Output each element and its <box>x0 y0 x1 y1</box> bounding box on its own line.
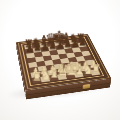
brass-clasp-icon <box>82 84 90 89</box>
square-h2: ♟ <box>87 64 97 70</box>
square-f1: ♝ <box>74 71 84 77</box>
square-h4 <box>83 55 93 61</box>
black-rook: ♜ <box>73 32 88 42</box>
square-h1: ♜ <box>90 69 101 75</box>
square-d5 <box>51 54 60 59</box>
square-h5 <box>81 51 91 56</box>
square-g5 <box>74 52 84 57</box>
product-photo: ♜♞♝♛♚♝♞♜♟♟♟♟♟♟♟♟♟♟♟♟♟♟♟♟♜♞♝♛♚♝♞♜ <box>0 0 120 120</box>
board-grid: ♜♞♝♛♚♝♞♜♟♟♟♟♟♟♟♟♟♟♟♟♟♟♟♟♜♞♝♛♚♝♞♜ <box>24 39 100 84</box>
